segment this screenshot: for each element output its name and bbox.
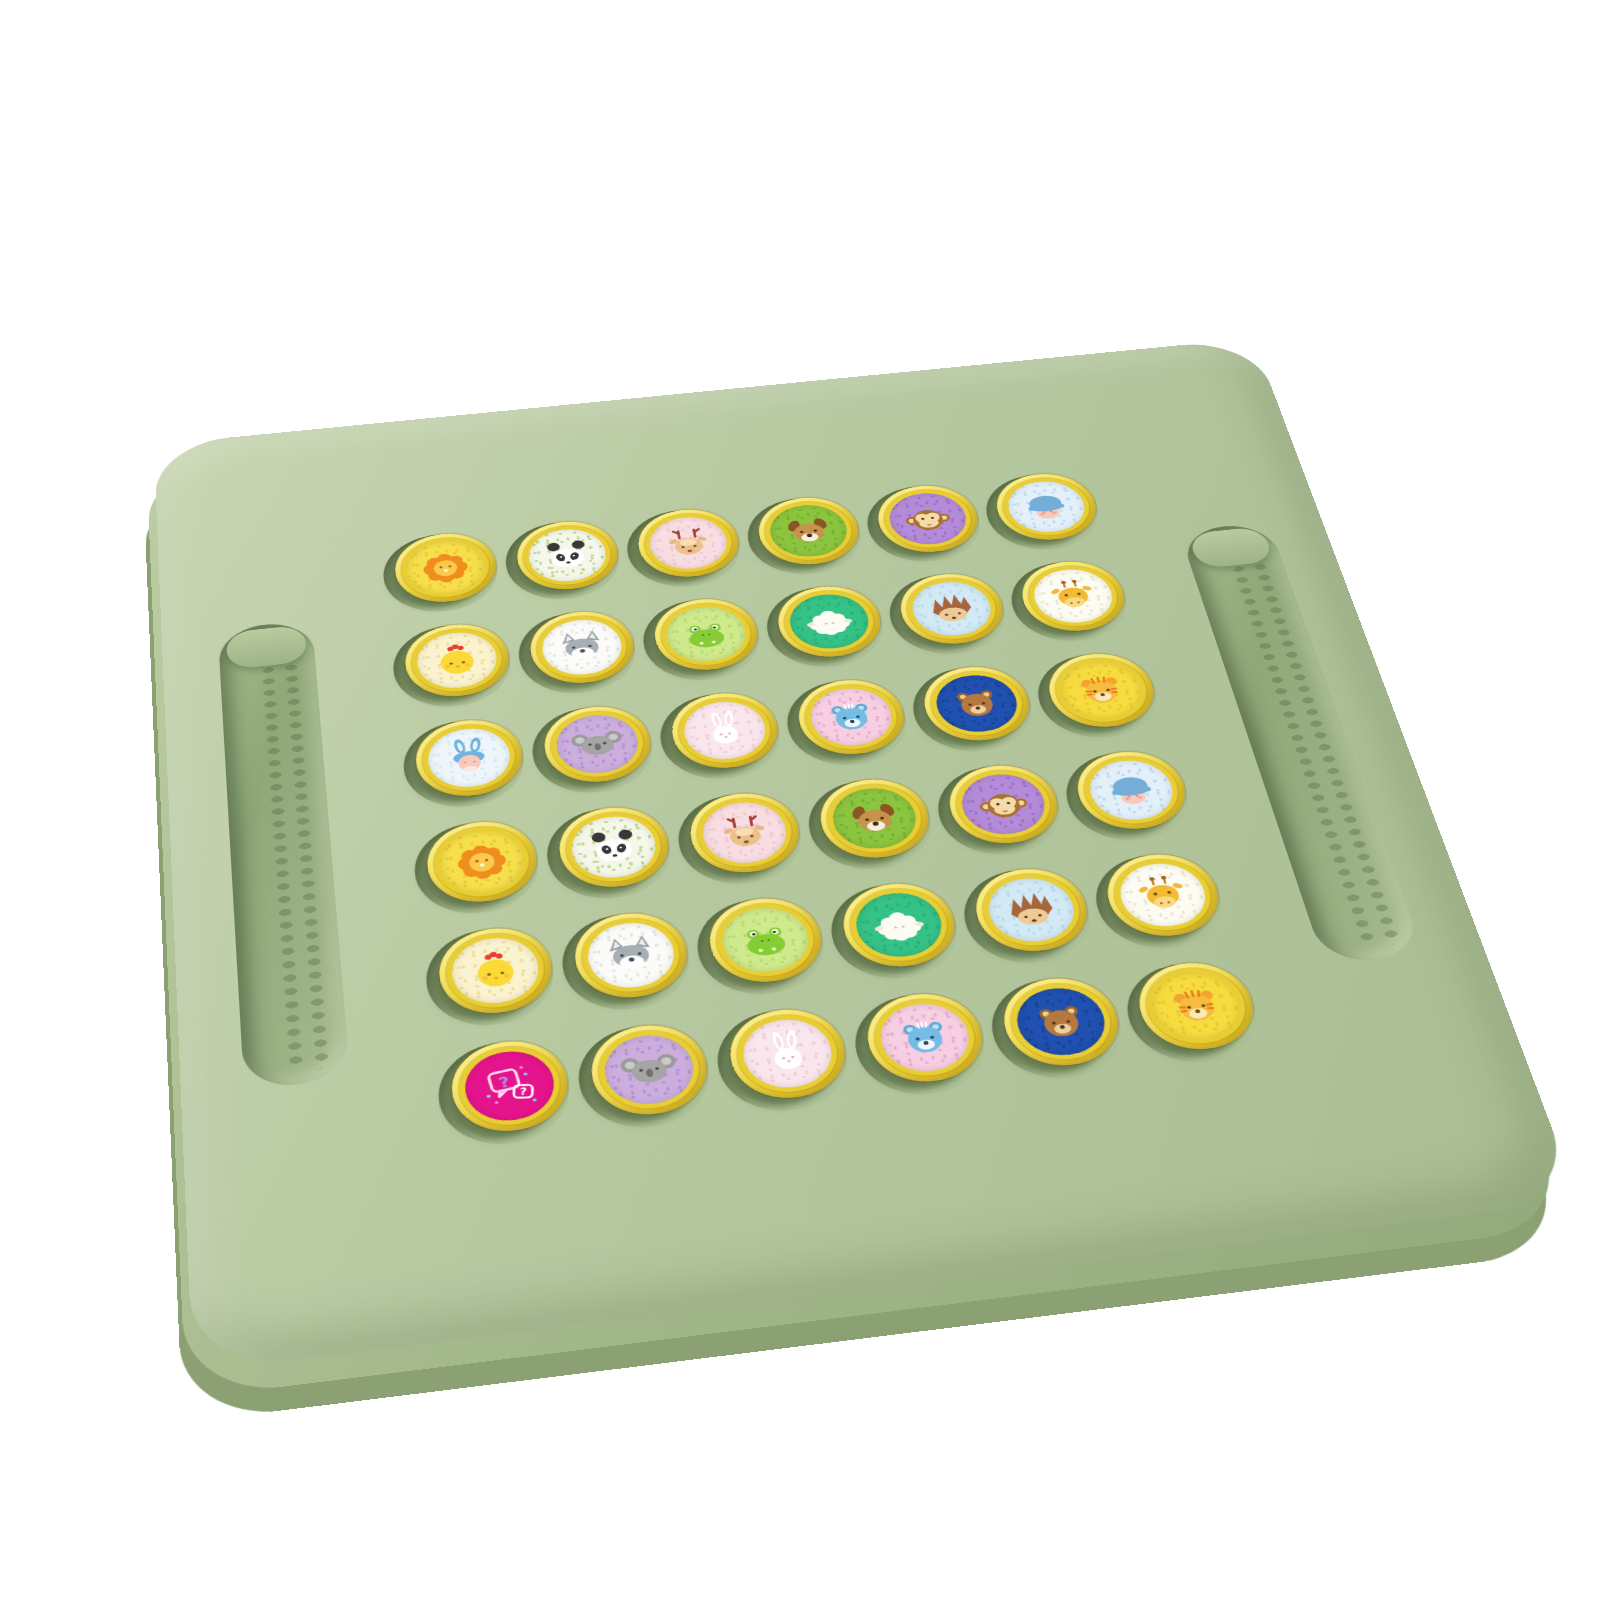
board-top-surface: ?? [154, 338, 1580, 1373]
deer-icon [698, 798, 792, 867]
cell-r2c2[interactable] [508, 599, 648, 707]
cell-r1c4[interactable] [735, 486, 875, 587]
question-mark-icon: ?? [462, 1047, 559, 1125]
cell-r3c4[interactable] [773, 667, 922, 779]
dog-icon [765, 502, 852, 560]
svg-text:?: ? [519, 1086, 527, 1097]
cell-r2c3[interactable] [631, 587, 773, 694]
tiger-icon [1144, 969, 1249, 1044]
giraffe-icon [1027, 566, 1119, 627]
cell-r3c2[interactable] [521, 694, 665, 808]
koala-icon [553, 712, 643, 778]
cell-r3c1[interactable] [394, 707, 535, 822]
lion-icon [437, 826, 528, 896]
fox-icon [584, 919, 679, 992]
cell-r3c6[interactable] [1021, 641, 1174, 751]
koala-icon [600, 1031, 698, 1109]
left-tray [218, 620, 351, 1091]
chick-icon [449, 934, 543, 1008]
fox-icon [539, 616, 626, 678]
cell-r2c1[interactable] [384, 612, 521, 721]
sheep-icon [850, 889, 948, 961]
cell-r1c2[interactable] [495, 509, 631, 611]
cell-r4c4[interactable] [794, 765, 947, 883]
cell-r6c2[interactable] [566, 1010, 724, 1145]
brown-bear-icon [1010, 984, 1113, 1060]
baby-icon [1002, 478, 1091, 535]
product-photo-scene: ?? [0, 0, 1600, 1600]
svg-text:?: ? [497, 1073, 512, 1091]
frog-icon [717, 904, 814, 977]
cell-r5c2[interactable] [550, 899, 703, 1026]
hedgehog-icon [906, 578, 997, 639]
monkey-icon [884, 490, 972, 548]
panda-icon [568, 812, 660, 881]
cell-r2c4[interactable] [753, 574, 897, 680]
lion-icon [404, 538, 488, 598]
giraffe-icon [1112, 860, 1213, 931]
frog-icon [662, 603, 750, 665]
panda-icon [525, 526, 610, 585]
blue-bear-icon [805, 685, 897, 750]
blue-bear-icon [874, 1000, 976, 1077]
dog-icon [827, 784, 922, 852]
cell-r6c3[interactable] [703, 994, 864, 1128]
token-grid: ?? [374, 462, 1277, 1162]
cell-r4c1[interactable] [404, 807, 550, 928]
cell-r4c6[interactable] [1049, 738, 1207, 855]
cell-r5c6[interactable] [1077, 840, 1240, 963]
brown-bear-icon [930, 672, 1024, 736]
hedgehog-icon [982, 874, 1082, 946]
cell-r4c2[interactable] [535, 793, 683, 913]
sheep-icon [785, 591, 875, 652]
bunny-icon [425, 725, 513, 791]
rabbit-icon [680, 698, 771, 763]
monkey-icon [955, 770, 1052, 838]
cell-r1c1[interactable] [374, 521, 508, 624]
cell-r5c4[interactable] [816, 869, 974, 994]
tiger-icon [1054, 659, 1149, 723]
chick-icon [414, 629, 500, 692]
cell-r4c3[interactable] [665, 779, 816, 898]
cell-r1c3[interactable] [615, 497, 753, 599]
deer-icon [646, 514, 732, 573]
cell-r5c3[interactable] [683, 884, 839, 1010]
cell-r6c1[interactable]: ?? [427, 1026, 582, 1162]
baby-icon [1083, 756, 1181, 823]
cell-r5c1[interactable] [416, 914, 566, 1042]
cell-r2c6[interactable] [995, 549, 1144, 654]
rabbit-icon [738, 1015, 838, 1092]
cell-r3c3[interactable] [648, 680, 794, 793]
cell-r1c6[interactable] [971, 462, 1115, 562]
